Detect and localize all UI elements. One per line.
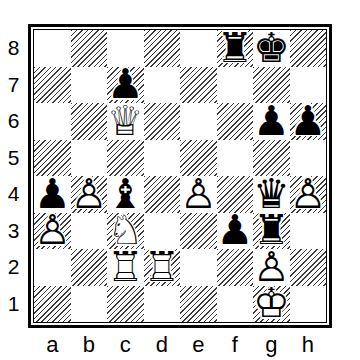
square-a7[interactable] — [34, 67, 71, 104]
square-c3[interactable]: ♞♘ — [107, 213, 144, 250]
piece-halo: ♟ — [107, 64, 144, 105]
black-pawn-glyph: ♟ — [253, 101, 290, 142]
black-pawn-glyph: ♟ — [289, 101, 326, 142]
white-pawn-glyph: ♙ — [180, 174, 217, 215]
square-d6[interactable] — [144, 103, 181, 140]
square-f5[interactable] — [217, 140, 254, 177]
file-label-f: f — [217, 332, 254, 358]
file-label-c: c — [107, 332, 144, 358]
piece-black-rook: ♜♜ — [217, 30, 254, 67]
square-c5[interactable] — [107, 140, 144, 177]
piece-white-pawn: ♟♙ — [290, 176, 327, 213]
piece-black-pawn: ♟♟ — [253, 103, 290, 140]
rank-label-8: 8 — [1, 30, 26, 67]
square-c2[interactable]: ♜♖ — [107, 249, 144, 286]
black-queen-glyph: ♛ — [253, 174, 290, 215]
square-f1[interactable] — [217, 286, 254, 323]
piece-white-queen: ♛♕ — [107, 103, 144, 140]
piece-halo: ♜ — [107, 247, 144, 288]
rank-label-1: 1 — [1, 286, 26, 323]
square-f7[interactable] — [217, 67, 254, 104]
piece-halo: ♝ — [107, 174, 144, 215]
piece-halo: ♟ — [70, 174, 107, 215]
rank-label-7: 7 — [1, 67, 26, 104]
piece-white-pawn: ♟♙ — [34, 213, 71, 250]
square-d2[interactable]: ♜♖ — [144, 249, 181, 286]
square-a1[interactable] — [34, 286, 71, 323]
piece-halo: ♜ — [143, 247, 180, 288]
white-king-glyph: ♔ — [253, 283, 290, 324]
piece-halo: ♟ — [289, 101, 326, 142]
square-e5[interactable] — [180, 140, 217, 177]
piece-halo: ♟ — [34, 174, 71, 215]
piece-halo: ♜ — [253, 210, 290, 251]
piece-black-pawn: ♟♟ — [107, 67, 144, 104]
white-knight-glyph: ♘ — [107, 210, 144, 251]
piece-halo: ♜ — [216, 28, 253, 69]
square-h4[interactable]: ♟♙ — [290, 176, 327, 213]
white-queen-glyph: ♕ — [107, 101, 144, 142]
square-f4[interactable] — [217, 176, 254, 213]
square-h6[interactable]: ♟♟ — [290, 103, 327, 140]
piece-white-knight: ♞♘ — [107, 213, 144, 250]
piece-white-pawn: ♟♙ — [180, 176, 217, 213]
square-d1[interactable] — [144, 286, 181, 323]
square-c6[interactable]: ♛♕ — [107, 103, 144, 140]
file-label-e: e — [180, 332, 217, 358]
white-pawn-glyph: ♙ — [70, 174, 107, 215]
white-pawn-glyph: ♙ — [253, 247, 290, 288]
piece-black-bishop: ♝♝ — [107, 176, 144, 213]
square-h8[interactable] — [290, 30, 327, 67]
piece-halo: ♟ — [289, 174, 326, 215]
file-labels: abcdefgh — [34, 332, 326, 358]
black-pawn-glyph: ♟ — [34, 174, 71, 215]
white-rook-glyph: ♖ — [107, 247, 144, 288]
square-a4[interactable]: ♟♟ — [34, 176, 71, 213]
square-g1[interactable]: ♚♔ — [253, 286, 290, 323]
piece-halo: ♛ — [253, 174, 290, 215]
piece-halo: ♟ — [253, 247, 290, 288]
square-g5[interactable] — [253, 140, 290, 177]
square-e4[interactable]: ♟♙ — [180, 176, 217, 213]
piece-halo: ♟ — [180, 174, 217, 215]
file-label-a: a — [34, 332, 71, 358]
piece-white-king: ♚♔ — [253, 286, 290, 323]
square-e6[interactable] — [180, 103, 217, 140]
square-c4[interactable]: ♝♝ — [107, 176, 144, 213]
square-b6[interactable] — [71, 103, 108, 140]
black-king-glyph: ♚ — [253, 28, 290, 69]
rank-label-3: 3 — [1, 213, 26, 250]
file-label-h: h — [290, 332, 327, 358]
square-a3[interactable]: ♟♙ — [34, 213, 71, 250]
square-d8[interactable] — [144, 30, 181, 67]
square-a5[interactable] — [34, 140, 71, 177]
piece-halo: ♟ — [34, 210, 71, 251]
square-g4[interactable]: ♛♛ — [253, 176, 290, 213]
square-b7[interactable] — [71, 67, 108, 104]
square-c7[interactable]: ♟♟ — [107, 67, 144, 104]
board-inner-border: ♜♜♚♚♟♟♛♕♟♟♟♟♟♟♟♙♝♝♟♙♛♛♟♙♟♙♞♘♟♟♜♜♜♖♜♖♟♙♚♔ — [33, 29, 327, 323]
square-a6[interactable] — [34, 103, 71, 140]
black-pawn-glyph: ♟ — [107, 64, 144, 105]
square-e3[interactable] — [180, 213, 217, 250]
board-frame: ♜♜♚♚♟♟♛♕♟♟♟♟♟♟♟♙♝♝♟♙♛♛♟♙♟♙♞♘♟♟♜♜♜♖♜♖♟♙♚♔ — [28, 24, 332, 328]
white-rook-glyph: ♖ — [143, 247, 180, 288]
square-e7[interactable] — [180, 67, 217, 104]
square-g3[interactable]: ♜♜ — [253, 213, 290, 250]
square-a8[interactable] — [34, 30, 71, 67]
square-b5[interactable] — [71, 140, 108, 177]
piece-black-rook: ♜♜ — [253, 213, 290, 250]
square-g6[interactable]: ♟♟ — [253, 103, 290, 140]
square-g8[interactable]: ♚♚ — [253, 30, 290, 67]
white-pawn-glyph: ♙ — [34, 210, 71, 251]
black-rook-glyph: ♜ — [216, 28, 253, 69]
piece-halo: ♟ — [253, 101, 290, 142]
square-b1[interactable] — [71, 286, 108, 323]
board-grid: ♜♜♚♚♟♟♛♕♟♟♟♟♟♟♟♙♝♝♟♙♛♛♟♙♟♙♞♘♟♟♜♜♜♖♜♖♟♙♚♔ — [34, 30, 326, 322]
rank-labels: 87654321 — [1, 30, 26, 322]
file-label-b: b — [71, 332, 108, 358]
square-c8[interactable] — [107, 30, 144, 67]
chess-diagram: 87654321 ♜♜♚♚♟♟♛♕♟♟♟♟♟♟♟♙♝♝♟♙♛♛♟♙♟♙♞♘♟♟♜… — [0, 0, 360, 360]
piece-halo: ♛ — [107, 101, 144, 142]
square-h3[interactable] — [290, 213, 327, 250]
square-d5[interactable] — [144, 140, 181, 177]
piece-halo: ♞ — [107, 210, 144, 251]
piece-white-rook: ♜♖ — [107, 249, 144, 286]
square-e1[interactable] — [180, 286, 217, 323]
square-e8[interactable] — [180, 30, 217, 67]
square-f8[interactable]: ♜♜ — [217, 30, 254, 67]
square-f6[interactable] — [217, 103, 254, 140]
square-b4[interactable]: ♟♙ — [71, 176, 108, 213]
black-bishop-glyph: ♝ — [107, 174, 144, 215]
square-f3[interactable]: ♟♟ — [217, 213, 254, 250]
rank-label-5: 5 — [1, 140, 26, 177]
square-d4[interactable] — [144, 176, 181, 213]
piece-black-queen: ♛♛ — [253, 176, 290, 213]
file-label-d: d — [144, 332, 181, 358]
piece-white-rook: ♜♖ — [144, 249, 181, 286]
piece-black-pawn: ♟♟ — [290, 103, 327, 140]
square-d7[interactable] — [144, 67, 181, 104]
piece-black-pawn: ♟♟ — [34, 176, 71, 213]
rank-label-2: 2 — [1, 249, 26, 286]
square-b3[interactable] — [71, 213, 108, 250]
piece-halo: ♚ — [253, 28, 290, 69]
rank-label-6: 6 — [1, 103, 26, 140]
piece-black-king: ♚♚ — [253, 30, 290, 67]
square-d3[interactable] — [144, 213, 181, 250]
square-g7[interactable] — [253, 67, 290, 104]
square-e2[interactable] — [180, 249, 217, 286]
square-b8[interactable] — [71, 30, 108, 67]
square-g2[interactable]: ♟♙ — [253, 249, 290, 286]
square-c1[interactable] — [107, 286, 144, 323]
black-pawn-glyph: ♟ — [216, 210, 253, 251]
square-a2[interactable] — [34, 249, 71, 286]
piece-white-pawn: ♟♙ — [71, 176, 108, 213]
square-h7[interactable] — [290, 67, 327, 104]
rank-label-4: 4 — [1, 176, 26, 213]
piece-black-pawn: ♟♟ — [217, 213, 254, 250]
black-rook-glyph: ♜ — [253, 210, 290, 251]
piece-white-pawn: ♟♙ — [253, 249, 290, 286]
square-b2[interactable] — [71, 249, 108, 286]
piece-halo: ♚ — [253, 283, 290, 324]
square-h5[interactable] — [290, 140, 327, 177]
square-h2[interactable] — [290, 249, 327, 286]
square-f2[interactable] — [217, 249, 254, 286]
file-label-g: g — [253, 332, 290, 358]
square-h1[interactable] — [290, 286, 327, 323]
white-pawn-glyph: ♙ — [289, 174, 326, 215]
piece-halo: ♟ — [216, 210, 253, 251]
